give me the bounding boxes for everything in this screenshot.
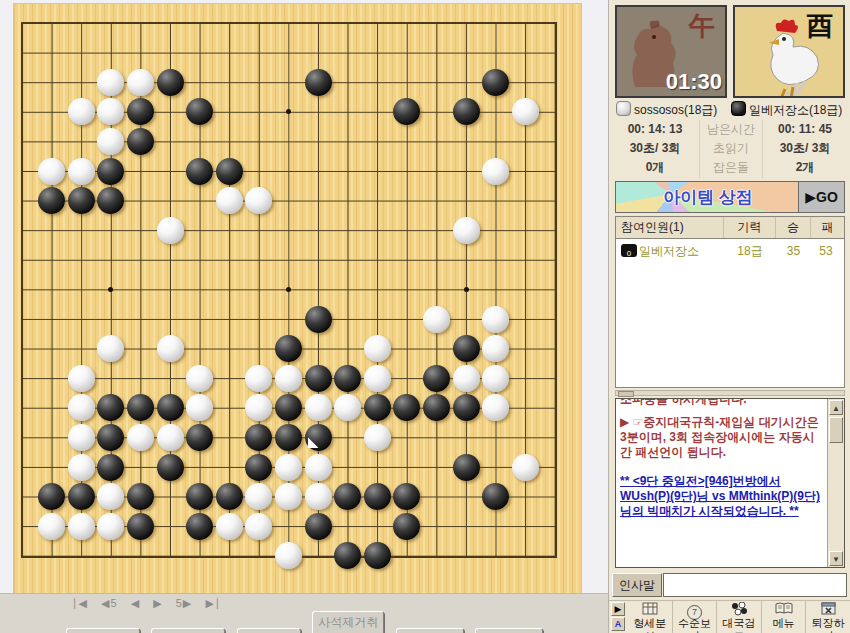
black-stone[interactable]: [275, 335, 302, 362]
black-stone[interactable]: [157, 394, 184, 421]
black-stone[interactable]: [157, 454, 184, 481]
game-review-label: 대국검토: [717, 617, 761, 633]
scroll-up-icon[interactable]: ▲: [829, 400, 843, 415]
black-stone[interactable]: [482, 483, 509, 510]
black-stone[interactable]: [453, 335, 480, 362]
black-stone[interactable]: [305, 69, 332, 96]
black-stone[interactable]: [275, 394, 302, 421]
participant-row[interactable]: 0 일베저장소 18급 35 53: [616, 241, 844, 261]
rule-notice-text: ▶ ☞중지대국규칙-재입실 대기시간은 3분이며, 3회 접속장애시에는 자동시…: [620, 415, 825, 460]
black-stone[interactable]: [453, 454, 480, 481]
white-stone[interactable]: [275, 483, 302, 510]
white-stone[interactable]: [157, 424, 184, 451]
white-stone[interactable]: [364, 365, 391, 392]
black-stone[interactable]: [127, 98, 154, 125]
territory-analysis-label: 형세분석: [628, 617, 672, 633]
stones-icon: [717, 602, 761, 617]
undo-button[interactable]: 무르기: [66, 628, 140, 633]
white-stone[interactable]: [305, 394, 332, 421]
count-request-button[interactable]: 계가신청: [237, 628, 301, 633]
white-stone[interactable]: [305, 483, 332, 510]
white-stone[interactable]: [157, 335, 184, 362]
white-stone[interactable]: [68, 158, 95, 185]
white-stone[interactable]: [127, 424, 154, 451]
black-stone[interactable]: [482, 69, 509, 96]
countdown-clock: 01:30: [666, 69, 722, 95]
black-stone[interactable]: [68, 483, 95, 510]
participant-list: 참여인원(1) 기력 승 패 0 일베저장소 18급 35 53: [615, 216, 845, 388]
go-game-window: { "game": "go", "board_size": 19, "posit…: [0, 0, 850, 633]
white-stone[interactable]: [482, 306, 509, 333]
white-stone[interactable]: [482, 335, 509, 362]
white-stone[interactable]: [97, 483, 124, 510]
black-stone[interactable]: [216, 483, 243, 510]
scrollbar-thumb[interactable]: [829, 417, 843, 443]
white-stone[interactable]: [68, 424, 95, 451]
wins-header: 승: [776, 217, 811, 238]
black-stone[interactable]: [334, 365, 361, 392]
white-stone[interactable]: [245, 513, 272, 540]
star-point: [286, 287, 291, 292]
panel-splitter[interactable]: [615, 390, 845, 396]
white-stone[interactable]: [245, 187, 272, 214]
participant-header: 참여인원(1) 기력 승 패: [616, 217, 844, 239]
white-stone[interactable]: [68, 394, 95, 421]
captures-label: 잡은돌: [700, 158, 762, 177]
black-stone[interactable]: [97, 158, 124, 185]
white-stone[interactable]: [97, 69, 124, 96]
white-stone[interactable]: [216, 513, 243, 540]
black-stone[interactable]: [127, 483, 154, 510]
pass-button[interactable]: 한수쉼: [151, 628, 225, 633]
white-stone[interactable]: [482, 394, 509, 421]
white-stone[interactable]: [97, 128, 124, 155]
nav-last-icon[interactable]: ▶∣: [205, 597, 221, 610]
white-stone[interactable]: [275, 365, 302, 392]
toolbar-buttons: 형세분석 7 수순보기 대국검토 메뉴: [628, 601, 850, 633]
participant-rank: 18급: [724, 241, 776, 261]
white-stone[interactable]: [186, 365, 213, 392]
mini-button-column: ▶ A: [611, 602, 626, 633]
black-stone[interactable]: [186, 513, 213, 540]
white-stone[interactable]: [305, 454, 332, 481]
white-stone[interactable]: [97, 98, 124, 125]
white-stone[interactable]: [482, 158, 509, 185]
white-player-name: sossosos(18급): [634, 103, 717, 117]
dead-stone-cancel-button[interactable]: 사석제거취소: [312, 611, 384, 633]
draw-request-button[interactable]: 무승부신청: [396, 628, 464, 633]
black-stone[interactable]: [127, 394, 154, 421]
black-stone[interactable]: [127, 513, 154, 540]
white-stone[interactable]: [157, 217, 184, 244]
white-byoyomi: 30초/ 3회: [611, 139, 699, 158]
white-stone[interactable]: [275, 454, 302, 481]
black-stone[interactable]: [334, 542, 361, 569]
item-shop-banner[interactable]: 아이템 상점 ▶GO: [615, 181, 845, 213]
black-player-name: 일베저장소(18급): [749, 103, 842, 117]
chat-box[interactable]: 조파둥을 하시게됩니다. ▶ ☞중지대국규칙-재입실 대기시간은 3분이며, 3…: [615, 398, 845, 568]
white-stone[interactable]: [512, 454, 539, 481]
rank-header: 기력: [724, 217, 776, 238]
participant-stone-icon: 0: [621, 244, 637, 257]
chat-scrollbar[interactable]: ▲ ▼: [827, 399, 844, 567]
black-stone[interactable]: [157, 69, 184, 96]
white-stone[interactable]: [68, 513, 95, 540]
black-stone[interactable]: [216, 158, 243, 185]
black-stone[interactable]: [186, 424, 213, 451]
shop-go-button[interactable]: ▶GO: [798, 182, 844, 212]
menu-button[interactable]: 메뉴: [762, 601, 807, 633]
black-stone[interactable]: [305, 306, 332, 333]
star-point: [464, 287, 469, 292]
nav-back5-icon[interactable]: ◀5: [101, 597, 118, 610]
white-stone[interactable]: [127, 69, 154, 96]
exit-label: 퇴장하기: [806, 617, 850, 633]
star-point: [286, 109, 291, 114]
white-stone[interactable]: [482, 365, 509, 392]
black-player: 일베저장소(18급): [731, 101, 842, 119]
black-stone[interactable]: [38, 187, 65, 214]
black-stone[interactable]: [97, 187, 124, 214]
players-row: sossosos(18급) 일베저장소(18급): [609, 101, 850, 118]
black-stone[interactable]: [275, 424, 302, 451]
black-stone[interactable]: [393, 98, 420, 125]
black-stone[interactable]: [423, 394, 450, 421]
game-action-buttons: 무르기 한수쉼 계가신청 사석제거취소 무승부신청 기권: [66, 611, 550, 633]
black-stone[interactable]: [245, 424, 272, 451]
black-stone[interactable]: [393, 483, 420, 510]
timer-table: 00: 14: 13 30초/ 3회 0개 남은시간 초읽기 잡은돌 00: 1…: [609, 120, 850, 178]
black-timer-column: 00: 11: 45 30초/ 3회 2개: [761, 120, 849, 178]
white-stone[interactable]: [186, 394, 213, 421]
remaining-time-label: 남은시간: [700, 120, 762, 139]
white-stone[interactable]: [245, 365, 272, 392]
move-sequence-button[interactable]: 7 수순보기: [673, 601, 718, 633]
white-stone-icon: [616, 101, 631, 116]
board-bottom-bar: ∣◀ ◀5 ◀ ▶ 5▶ ▶∣ 무르기 한수쉼 계가신청 사석제거취소 무승부신…: [0, 593, 608, 633]
white-stone[interactable]: [334, 394, 361, 421]
participant-name: 일베저장소: [639, 241, 724, 261]
black-stone[interactable]: [334, 483, 361, 510]
black-stone[interactable]: [97, 394, 124, 421]
white-stone[interactable]: [68, 454, 95, 481]
black-stone[interactable]: [68, 187, 95, 214]
zodiac-rooster-char: 酉: [807, 9, 833, 44]
byoyomi-label: 초읽기: [700, 139, 762, 158]
participant-count-header: 참여인원(1): [616, 217, 724, 238]
white-stone[interactable]: [97, 335, 124, 362]
goban[interactable]: [14, 4, 581, 593]
exit-button[interactable]: 퇴장하기: [806, 601, 850, 633]
white-stone[interactable]: [275, 542, 302, 569]
black-stone[interactable]: [423, 365, 450, 392]
black-captures: 2개: [761, 158, 849, 177]
black-stone[interactable]: [127, 128, 154, 155]
white-stone[interactable]: [68, 98, 95, 125]
zodiac-horse-char: 午: [689, 9, 715, 44]
black-byoyomi: 30초/ 3회: [761, 139, 849, 158]
white-player-avatar: 午 01:30: [615, 5, 727, 98]
scroll-down-icon[interactable]: ▼: [829, 551, 843, 566]
white-player: sossosos(18급): [616, 101, 717, 119]
participant-wins: 35: [776, 241, 811, 261]
timer-labels-column: 남은시간 초읽기 잡은돌: [699, 120, 763, 178]
white-stone[interactable]: [38, 158, 65, 185]
white-remaining-time: 00: 14: 13: [611, 120, 699, 139]
white-stone[interactable]: [38, 513, 65, 540]
white-stone[interactable]: [97, 513, 124, 540]
game-review-button[interactable]: 대국검토: [717, 601, 762, 633]
participant-losses: 53: [811, 241, 841, 261]
white-timer-column: 00: 14: 13 30초/ 3회 0개: [611, 120, 699, 178]
grid-icon: [628, 602, 672, 617]
chat-messages: 조파둥을 하시게됩니다. ▶ ☞중지대국규칙-재입실 대기시간은 3분이며, 3…: [620, 398, 825, 519]
white-stone[interactable]: [364, 424, 391, 451]
black-stone[interactable]: [305, 513, 332, 540]
white-stone[interactable]: [245, 483, 272, 510]
board-pane: ∣◀ ◀5 ◀ ▶ 5▶ ▶∣ 무르기 한수쉼 계가신청 사석제거취소 무승부신…: [0, 0, 608, 633]
exit-icon: [806, 602, 850, 617]
nav-first-icon[interactable]: ∣◀: [72, 597, 88, 610]
black-stone[interactable]: [186, 158, 213, 185]
nav-back-icon[interactable]: ◀: [131, 597, 140, 610]
resign-button[interactable]: 기권: [475, 628, 543, 633]
black-remaining-time: 00: 11: 45: [761, 120, 849, 139]
black-stone[interactable]: [364, 394, 391, 421]
losses-header: 패: [811, 217, 844, 238]
territory-analysis-button[interactable]: 형세분석: [628, 601, 673, 633]
white-stone[interactable]: [68, 365, 95, 392]
side-panel: 午 01:30 酉 sossosos(18급) 일베저장소(18급) 00: 1…: [608, 0, 850, 633]
white-stone[interactable]: [245, 394, 272, 421]
black-stone[interactable]: [364, 542, 391, 569]
chat-clipped-line: 조파둥을 하시게됩니다.: [620, 398, 825, 407]
black-stone[interactable]: [97, 454, 124, 481]
black-stone[interactable]: [38, 483, 65, 510]
black-stone[interactable]: [305, 365, 332, 392]
book-icon: [762, 602, 806, 617]
black-player-avatar: 酉: [733, 5, 845, 98]
font-a-icon[interactable]: A: [611, 617, 625, 631]
greeting-label-button[interactable]: 인사말: [612, 573, 662, 597]
match-announcement-text: ** <9단 중일전>[946]번방에서 WUsh(P)(9단)님 vs MMt…: [620, 474, 825, 519]
move-sequence-label: 수순보기: [673, 617, 717, 633]
black-stone[interactable]: [186, 98, 213, 125]
white-captures: 0개: [611, 158, 699, 177]
black-stone[interactable]: [393, 513, 420, 540]
black-stone[interactable]: [393, 394, 420, 421]
black-stone-icon: [731, 101, 746, 116]
greeting-input[interactable]: [663, 573, 847, 597]
black-stone[interactable]: [453, 394, 480, 421]
white-stone[interactable]: [453, 365, 480, 392]
nav-forward5-icon[interactable]: 5▶: [176, 597, 193, 610]
goban-grid[interactable]: [21, 22, 557, 558]
expand-arrow-icon[interactable]: ▶: [611, 602, 625, 616]
black-stone[interactable]: [305, 424, 332, 451]
splitter-grip[interactable]: [618, 391, 634, 397]
last-move-triangle-marker: [308, 437, 319, 448]
black-stone[interactable]: [453, 98, 480, 125]
menu-label: 메뉴: [762, 617, 806, 630]
black-stone[interactable]: [364, 483, 391, 510]
white-stone[interactable]: [216, 187, 243, 214]
white-stone[interactable]: [364, 335, 391, 362]
black-stone[interactable]: [245, 454, 272, 481]
black-stone[interactable]: [97, 424, 124, 451]
number7-icon: 7: [673, 602, 717, 617]
nav-forward-icon[interactable]: ▶: [153, 597, 162, 610]
side-toolbar: ▶ A 형세분석 7 수순보기 대국검토: [609, 600, 850, 633]
star-point: [108, 287, 113, 292]
white-stone[interactable]: [453, 217, 480, 244]
item-shop-title: 아이템 상점: [616, 186, 800, 209]
greeting-row: 인사말: [612, 573, 848, 597]
move-navigation: ∣◀ ◀5 ◀ ▶ 5▶ ▶∣: [72, 597, 230, 610]
white-stone[interactable]: [512, 98, 539, 125]
white-stone[interactable]: [423, 306, 450, 333]
black-stone[interactable]: [186, 483, 213, 510]
